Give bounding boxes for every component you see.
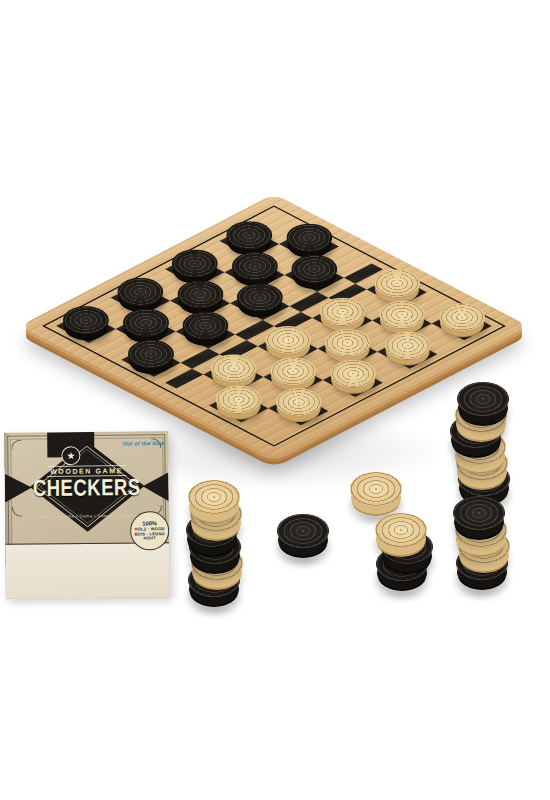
checker-natural [319, 298, 365, 326]
checker-natural [330, 360, 376, 388]
star-icon: ★ [61, 446, 80, 465]
checker-natural [270, 357, 316, 385]
checker-natural [379, 301, 425, 329]
wood-badge: 100% HOLZ · WOOD BOIS · LEGNO HOUT [130, 511, 169, 550]
box-title: CHECKERS [33, 474, 141, 503]
box-board-photo [5, 542, 170, 599]
checker-natural [325, 329, 371, 357]
brand-logo: Out of the blue [122, 440, 164, 446]
checkers-board [19, 194, 528, 459]
checker-natural [216, 385, 262, 413]
checker-black [128, 340, 174, 368]
product-photo-scene: Out of the blue ★ WOODEN GAME CHECKERS D… [0, 0, 550, 800]
badge-line: HOUT [144, 537, 156, 542]
product-box: Out of the blue ★ WOODEN GAME CHECKERS D… [4, 431, 170, 599]
board-wood-face [19, 194, 528, 459]
board-play-area [42, 205, 506, 446]
loose-checker-black [457, 382, 509, 416]
checker-natural [265, 326, 311, 354]
stack-shadow [365, 586, 437, 602]
checker-natural [439, 303, 485, 331]
flourish-icon [11, 440, 21, 450]
stack-shadow [178, 602, 250, 618]
checker-black [123, 309, 169, 337]
checker-black [118, 278, 164, 306]
checker-black [232, 252, 278, 280]
loose-checker-natural [350, 472, 402, 506]
checker-natural [384, 332, 430, 360]
checker-black [183, 312, 229, 340]
stack-shadow [443, 585, 515, 601]
box-ribbon-right [143, 472, 169, 501]
checker-black [291, 255, 337, 283]
checker-natural [276, 388, 322, 416]
checker-black [226, 221, 272, 249]
checker-black [63, 306, 109, 334]
checker-black [177, 280, 223, 308]
checker-natural [374, 269, 420, 297]
box-ribbon-left [5, 474, 32, 503]
stack-shadow [267, 553, 339, 569]
loose-checker-natural [375, 513, 427, 547]
checker-black [286, 224, 332, 252]
checker-black [172, 249, 218, 277]
box-languages: Dame • La Dame • Dama • Damas • Dammen [36, 513, 138, 519]
flourish-icon [12, 507, 22, 517]
loose-checker-black [453, 496, 505, 530]
board-grid [56, 213, 492, 440]
loose-checker-natural [188, 480, 240, 514]
checker-natural [211, 354, 257, 382]
checker-black [237, 283, 283, 311]
loose-checker-black [277, 514, 329, 548]
